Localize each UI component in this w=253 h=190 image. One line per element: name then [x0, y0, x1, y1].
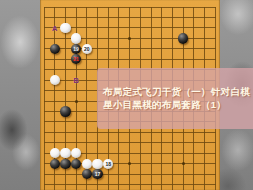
go-stone-white	[50, 148, 60, 158]
grid-line-horizontal	[44, 184, 216, 185]
title-line-2: 星小目黑棋的布局套路（1）	[103, 98, 253, 111]
go-stone-white	[82, 159, 92, 169]
go-stone-white: 20	[82, 44, 92, 54]
go-stone-white	[60, 148, 70, 158]
star-point	[75, 100, 78, 103]
grid-line-horizontal	[44, 59, 216, 60]
board-label-A: A	[52, 23, 57, 32]
go-stone-white	[92, 159, 102, 169]
go-stone-white	[50, 75, 60, 85]
go-stone-black	[82, 169, 92, 179]
video-frame: 1920211817AB 布局定式飞刀干货（一）针对白棋 星小目黑棋的布局套路（…	[0, 0, 253, 190]
go-stone-white: 18	[103, 159, 113, 169]
grid-line-horizontal	[44, 174, 216, 175]
go-stone-black	[60, 106, 70, 116]
go-stone-black	[178, 33, 188, 43]
star-point	[128, 37, 131, 40]
grid-line-horizontal	[44, 17, 216, 18]
board-label-B: B	[73, 76, 78, 85]
go-stone-black: 17	[92, 169, 102, 179]
grid-line-horizontal	[44, 142, 216, 143]
go-stone-white	[71, 33, 81, 43]
go-stone-white	[71, 148, 81, 158]
grid-line-horizontal	[44, 132, 216, 133]
go-stone-black	[71, 159, 81, 169]
title-overlay: 布局定式飞刀干货（一）针对白棋 星小目黑棋的布局套路（1）	[97, 68, 253, 129]
go-stone-white	[60, 23, 70, 33]
go-stone-black: 19	[71, 44, 81, 54]
grid-line-horizontal	[44, 7, 216, 8]
go-stone-black	[60, 159, 70, 169]
go-stone-black	[50, 44, 60, 54]
grid-line-horizontal	[44, 48, 216, 49]
title-line-1: 布局定式飞刀干货（一）针对白棋	[103, 85, 253, 98]
star-point	[182, 162, 185, 165]
go-stone-black	[50, 159, 60, 169]
go-stone-black: 21	[71, 54, 81, 64]
star-point	[128, 162, 131, 165]
